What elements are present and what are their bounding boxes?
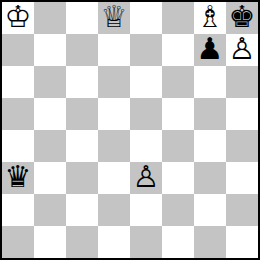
- square-h3[interactable]: [226, 162, 258, 194]
- square-e2[interactable]: [130, 194, 162, 226]
- square-e5[interactable]: [130, 98, 162, 130]
- square-c8[interactable]: [66, 2, 98, 34]
- square-h1[interactable]: [226, 226, 258, 258]
- square-b5[interactable]: [34, 98, 66, 130]
- square-h4[interactable]: [226, 130, 258, 162]
- square-a8[interactable]: ♔: [2, 2, 34, 34]
- square-h6[interactable]: [226, 66, 258, 98]
- square-b3[interactable]: [34, 162, 66, 194]
- square-a5[interactable]: [2, 98, 34, 130]
- square-f3[interactable]: [162, 162, 194, 194]
- square-h8[interactable]: ♚: [226, 2, 258, 34]
- square-g4[interactable]: [194, 130, 226, 162]
- square-a2[interactable]: [2, 194, 34, 226]
- square-d8[interactable]: ♕: [98, 2, 130, 34]
- square-h7[interactable]: ♙: [226, 34, 258, 66]
- square-g3[interactable]: [194, 162, 226, 194]
- square-d1[interactable]: [98, 226, 130, 258]
- square-f4[interactable]: [162, 130, 194, 162]
- square-g2[interactable]: [194, 194, 226, 226]
- square-e8[interactable]: [130, 2, 162, 34]
- piece-black-king[interactable]: ♚: [229, 2, 256, 32]
- square-g5[interactable]: [194, 98, 226, 130]
- square-g1[interactable]: [194, 226, 226, 258]
- square-c5[interactable]: [66, 98, 98, 130]
- square-a6[interactable]: [2, 66, 34, 98]
- square-b8[interactable]: [34, 2, 66, 34]
- piece-white-pawn[interactable]: ♙: [229, 34, 256, 64]
- square-c6[interactable]: [66, 66, 98, 98]
- square-b7[interactable]: [34, 34, 66, 66]
- square-c3[interactable]: [66, 162, 98, 194]
- piece-white-king[interactable]: ♔: [5, 2, 32, 32]
- square-g6[interactable]: [194, 66, 226, 98]
- square-h2[interactable]: [226, 194, 258, 226]
- square-c4[interactable]: [66, 130, 98, 162]
- square-d3[interactable]: [98, 162, 130, 194]
- piece-white-queen[interactable]: ♕: [101, 2, 128, 32]
- square-g8[interactable]: ♗: [194, 2, 226, 34]
- square-d5[interactable]: [98, 98, 130, 130]
- square-a1[interactable]: [2, 226, 34, 258]
- square-a7[interactable]: [2, 34, 34, 66]
- square-e4[interactable]: [130, 130, 162, 162]
- square-a4[interactable]: [2, 130, 34, 162]
- square-a3[interactable]: ♛: [2, 162, 34, 194]
- square-g7[interactable]: ♟: [194, 34, 226, 66]
- chess-board: ♔♕♗♚♟♙♛♙: [0, 0, 260, 260]
- piece-white-bishop[interactable]: ♗: [197, 2, 224, 32]
- square-d6[interactable]: [98, 66, 130, 98]
- square-c2[interactable]: [66, 194, 98, 226]
- square-b4[interactable]: [34, 130, 66, 162]
- square-d2[interactable]: [98, 194, 130, 226]
- square-c1[interactable]: [66, 226, 98, 258]
- square-d7[interactable]: [98, 34, 130, 66]
- square-f7[interactable]: [162, 34, 194, 66]
- square-c7[interactable]: [66, 34, 98, 66]
- square-e1[interactable]: [130, 226, 162, 258]
- square-h5[interactable]: [226, 98, 258, 130]
- square-f1[interactable]: [162, 226, 194, 258]
- piece-white-pawn[interactable]: ♙: [133, 162, 160, 192]
- square-e3[interactable]: ♙: [130, 162, 162, 194]
- square-f2[interactable]: [162, 194, 194, 226]
- square-d4[interactable]: [98, 130, 130, 162]
- square-e7[interactable]: [130, 34, 162, 66]
- piece-black-pawn[interactable]: ♟: [197, 34, 224, 64]
- square-f8[interactable]: [162, 2, 194, 34]
- square-b2[interactable]: [34, 194, 66, 226]
- square-b1[interactable]: [34, 226, 66, 258]
- square-f6[interactable]: [162, 66, 194, 98]
- square-e6[interactable]: [130, 66, 162, 98]
- square-f5[interactable]: [162, 98, 194, 130]
- piece-black-queen[interactable]: ♛: [5, 162, 32, 192]
- square-b6[interactable]: [34, 66, 66, 98]
